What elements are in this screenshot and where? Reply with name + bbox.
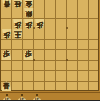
shogi-piece-9f[interactable]: 歩 <box>2 50 12 60</box>
shogi-piece-9a[interactable]: 香 <box>2 0 12 8</box>
shogi-app-screen: 香桂金銀歩歩歩歩王歩歩香 歩歩歩 <box>0 0 100 100</box>
shogi-piece-7b[interactable]: 銀 <box>24 8 34 18</box>
shogi-piece-7c[interactable]: 歩 <box>24 19 34 29</box>
hand-piece-1[interactable]: 歩 <box>17 97 27 100</box>
hand-piece-2[interactable]: 歩 <box>32 97 42 100</box>
hand-piece-count-mark <box>6 94 8 96</box>
star-point-icon <box>33 59 35 61</box>
shogi-piece-7f[interactable]: 歩 <box>24 50 34 60</box>
shogi-piece-9d[interactable]: 歩 <box>2 29 12 39</box>
shogi-piece-9i[interactable]: 香 <box>2 81 12 91</box>
shogi-piece-8c[interactable]: 歩 <box>13 19 23 29</box>
shogi-piece-7a[interactable]: 金 <box>24 0 34 8</box>
star-point-icon <box>66 59 68 61</box>
hand-piece-count-mark <box>21 94 23 96</box>
shogi-piece-6c[interactable]: 歩 <box>35 19 45 29</box>
hand-piece-count-mark <box>36 94 38 96</box>
shogi-board[interactable]: 香桂金銀歩歩歩歩王歩歩香 <box>0 0 99 91</box>
king-piece-8d[interactable]: 王 <box>13 29 23 39</box>
hand-piece-0[interactable]: 歩 <box>2 97 12 100</box>
sente-hand-tray: 歩歩歩 <box>0 92 100 101</box>
shogi-piece-8a[interactable]: 桂 <box>13 0 23 8</box>
